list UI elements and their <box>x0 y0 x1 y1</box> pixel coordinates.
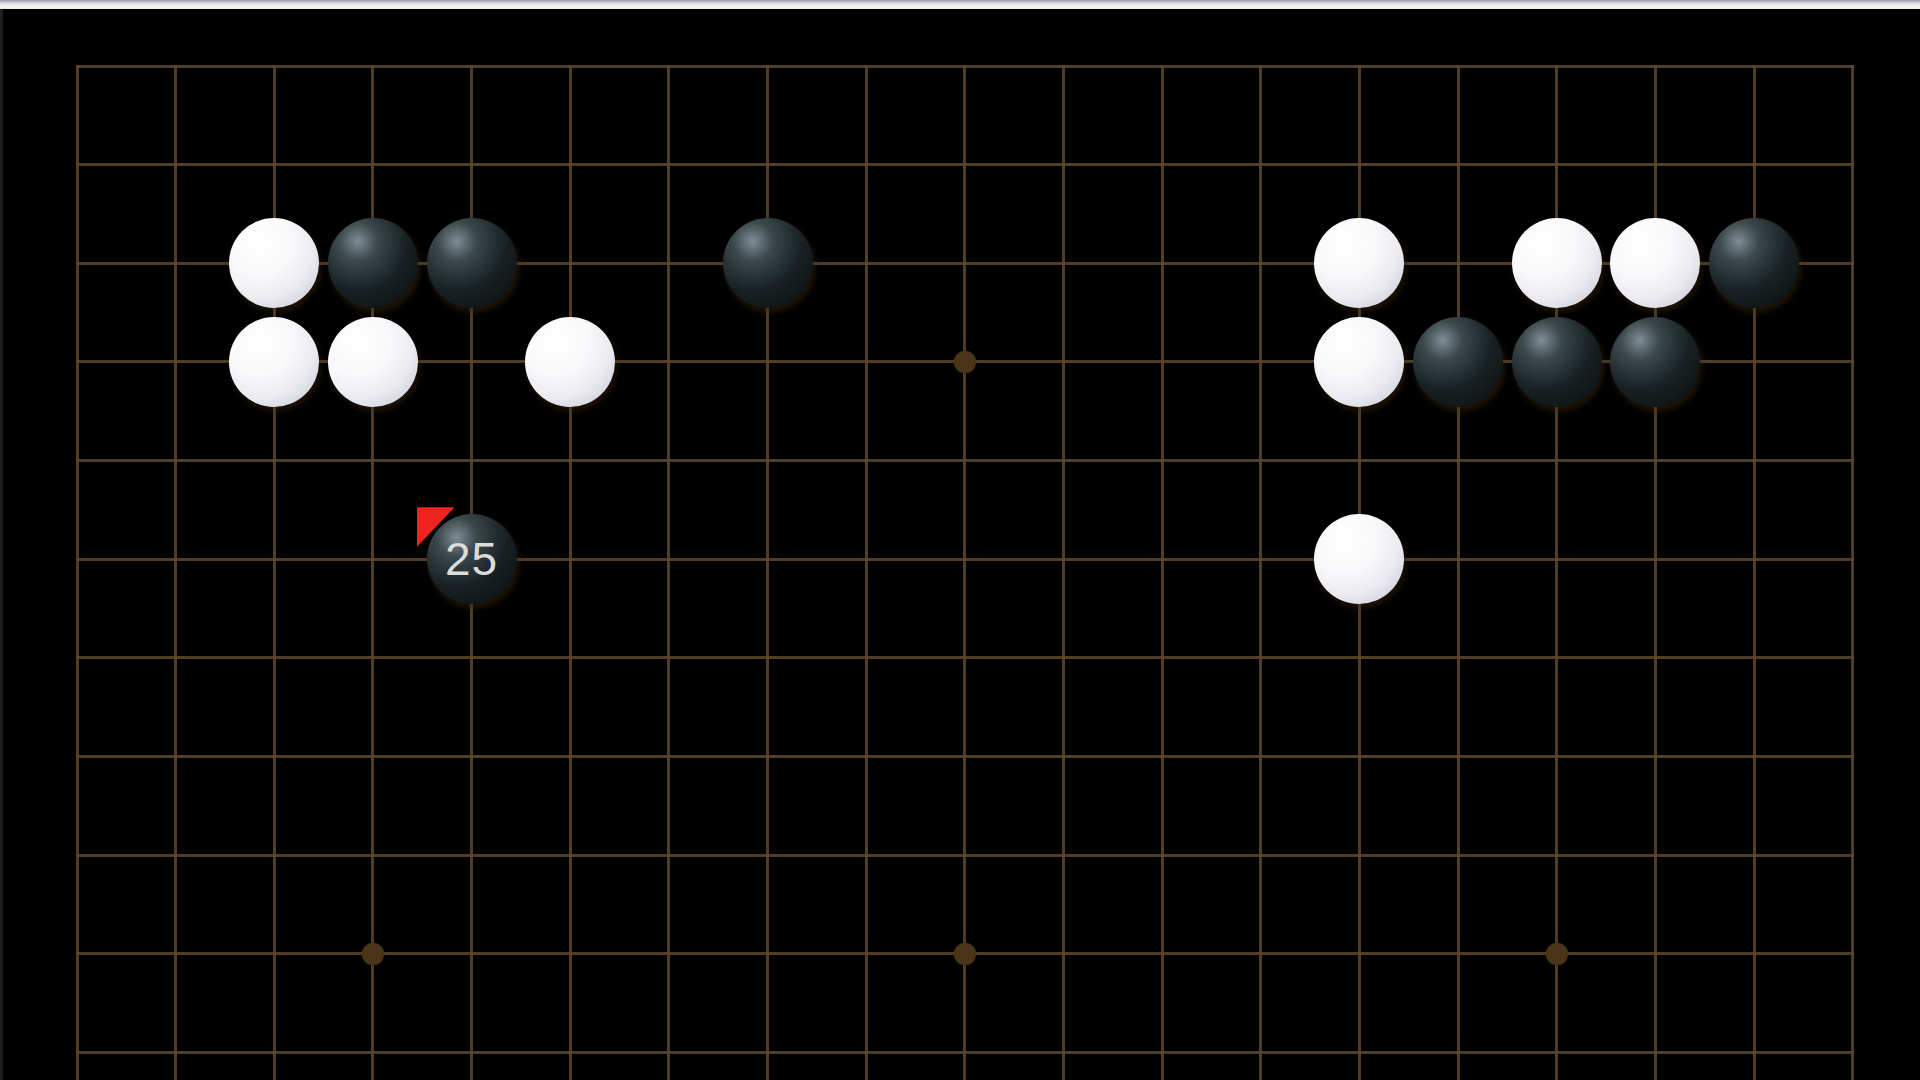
grid-line-vertical <box>667 65 670 1080</box>
grid-line-horizontal <box>76 854 1855 857</box>
white-stone <box>1610 218 1700 308</box>
black-stone: 25 <box>427 514 517 604</box>
top-edge-strip <box>0 0 1920 9</box>
grid-line-vertical <box>1555 65 1558 1080</box>
go-board[interactable]: 25 <box>0 0 1920 1080</box>
white-stone <box>525 317 615 407</box>
white-stone <box>229 218 319 308</box>
white-stone <box>1314 218 1404 308</box>
grid-line-vertical <box>1457 65 1460 1080</box>
star-point <box>954 351 976 373</box>
grid-line-horizontal <box>76 459 1855 462</box>
grid-line-vertical <box>273 65 276 1080</box>
grid-line-horizontal <box>76 558 1855 561</box>
white-stone <box>328 317 418 407</box>
black-stone <box>723 218 813 308</box>
grid-line-vertical <box>865 65 868 1080</box>
grid-line-vertical <box>1062 65 1065 1080</box>
black-stone <box>427 218 517 308</box>
grid-line-vertical <box>371 65 374 1080</box>
white-stone <box>229 317 319 407</box>
grid-line-horizontal <box>76 1051 1855 1054</box>
left-window-border <box>0 9 3 1080</box>
grid-line-vertical <box>174 65 177 1080</box>
white-stone <box>1314 317 1404 407</box>
grid-line-horizontal <box>76 656 1855 659</box>
star-point <box>362 943 384 965</box>
grid-line-horizontal <box>76 163 1855 166</box>
star-point <box>954 943 976 965</box>
screenshot-root: 25 <box>0 0 1920 1080</box>
white-stone <box>1512 218 1602 308</box>
move-number-label: 25 <box>427 514 517 604</box>
grid-line-vertical <box>963 65 966 1080</box>
black-stone <box>1413 317 1503 407</box>
grid-line-vertical <box>1161 65 1164 1080</box>
grid-line-vertical <box>1753 65 1756 1080</box>
black-stone <box>1709 218 1799 308</box>
black-stone <box>1512 317 1602 407</box>
black-stone <box>328 218 418 308</box>
grid-line-vertical <box>569 65 572 1080</box>
star-point <box>1546 943 1568 965</box>
grid-line-vertical <box>76 65 79 1080</box>
grid-line-horizontal <box>76 755 1855 758</box>
grid-line-horizontal <box>76 65 1855 68</box>
white-stone <box>1314 514 1404 604</box>
grid-line-vertical <box>1259 65 1262 1080</box>
grid-line-vertical <box>1851 65 1854 1080</box>
black-stone <box>1610 317 1700 407</box>
grid-line-vertical <box>766 65 769 1080</box>
grid-line-vertical <box>1654 65 1657 1080</box>
